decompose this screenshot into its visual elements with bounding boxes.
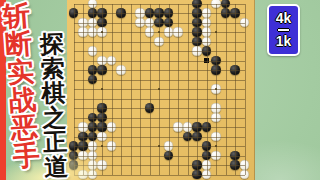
title-char: 棋 — [41, 81, 66, 106]
title-char: 恶 — [10, 113, 39, 143]
title-char: 斩 — [2, 1, 31, 31]
rank-bottom-label: 1k — [276, 34, 292, 49]
grid-line-vertical — [245, 4, 246, 175]
title-char: 探 — [39, 32, 64, 57]
grid-line-horizontal — [74, 127, 245, 128]
rank-top-label: 4k — [276, 11, 292, 26]
grid-line-horizontal — [74, 4, 245, 5]
rank-badge: 4k 1k — [267, 4, 300, 56]
title-char: 手 — [12, 141, 41, 171]
title-char: 战 — [8, 85, 37, 115]
title-char: 索 — [40, 56, 65, 81]
title-char: 之 — [42, 105, 67, 130]
grid-line-horizontal — [74, 61, 245, 62]
title-char: 道 — [44, 154, 69, 179]
grid-line-horizontal — [74, 99, 245, 100]
title-char: 断 — [4, 29, 33, 59]
grid-line-horizontal — [74, 51, 245, 52]
title-black-vertical: 探索棋之正道 — [39, 32, 68, 180]
grid-line-horizontal — [74, 80, 245, 81]
grid-line-horizontal — [74, 118, 245, 119]
title-char: 正 — [43, 130, 68, 155]
grid-line-horizontal — [74, 137, 245, 138]
grid-line-horizontal — [74, 70, 245, 71]
title-red-vertical: 斩断实战恶手 — [2, 1, 41, 170]
grid-line-horizontal — [74, 13, 245, 14]
grid-line-horizontal — [74, 108, 245, 109]
rank-separator-bar — [278, 29, 289, 32]
grid-line-horizontal — [74, 23, 245, 24]
go-thumbnail: 斩断实战恶手 探索棋之正道 4k 1k — [0, 0, 320, 180]
title-char: 实 — [6, 57, 35, 87]
grid-line-horizontal — [74, 42, 245, 43]
